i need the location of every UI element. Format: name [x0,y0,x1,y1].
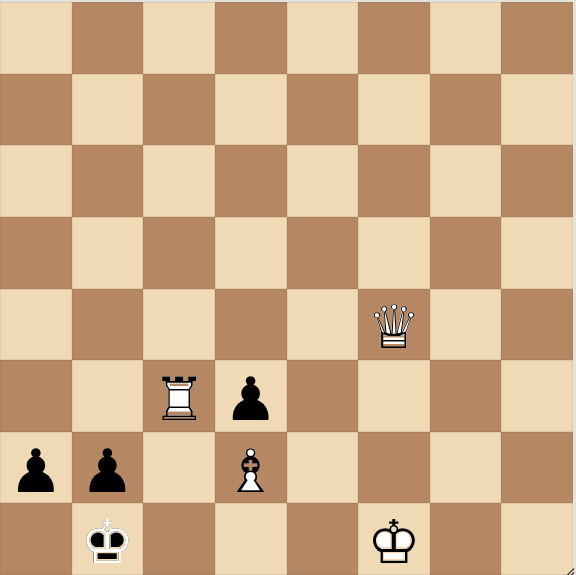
square-g6[interactable] [430,145,502,217]
square-h4[interactable] [501,289,573,361]
square-a1[interactable] [0,503,72,575]
square-g1[interactable] [430,503,502,575]
square-b5[interactable] [72,217,144,289]
black-pawn-glyph: ♟ [0,435,72,507]
square-g4[interactable] [430,289,502,361]
square-e6[interactable] [287,145,359,217]
white-queen[interactable]: ♛♕ [358,289,430,361]
square-b4[interactable] [72,289,144,361]
square-c1[interactable] [143,503,215,575]
square-h7[interactable] [501,74,573,146]
white-rook-outline-glyph: ♖ [143,363,215,435]
square-h5[interactable] [501,217,573,289]
square-f6[interactable] [358,145,430,217]
square-f4[interactable]: ♛♕ [358,289,430,361]
square-e7[interactable] [287,74,359,146]
square-f8[interactable] [358,2,430,74]
black-pawn[interactable]: ♟ [215,360,287,432]
square-a4[interactable] [0,289,72,361]
square-b7[interactable] [72,74,144,146]
square-d2[interactable]: ♝♗ [215,432,287,504]
square-c2[interactable] [143,432,215,504]
white-bishop-outline-glyph: ♗ [215,435,287,507]
square-f7[interactable] [358,74,430,146]
page-background: ♛♕♜♖♟♟♟♝♗♚♔♚♔ [0,0,576,575]
square-b1[interactable]: ♚♔ [72,503,144,575]
square-c3[interactable]: ♜♖ [143,360,215,432]
square-g2[interactable] [430,432,502,504]
square-a6[interactable] [0,145,72,217]
square-c4[interactable] [143,289,215,361]
square-e3[interactable] [287,360,359,432]
square-a3[interactable] [0,360,72,432]
white-bishop[interactable]: ♝♗ [215,432,287,504]
square-d4[interactable] [215,289,287,361]
square-h6[interactable] [501,145,573,217]
black-king[interactable]: ♚♔ [72,503,144,575]
square-c8[interactable] [143,2,215,74]
white-king-outline-glyph: ♔ [358,506,430,575]
black-pawn-glyph: ♟ [72,435,144,507]
square-d6[interactable] [215,145,287,217]
square-c5[interactable] [143,217,215,289]
square-e2[interactable] [287,432,359,504]
square-h8[interactable] [501,2,573,74]
square-d1[interactable] [215,503,287,575]
square-d3[interactable]: ♟ [215,360,287,432]
square-b8[interactable] [72,2,144,74]
white-queen-outline-glyph: ♕ [358,292,430,364]
square-b2[interactable]: ♟ [72,432,144,504]
square-a8[interactable] [0,2,72,74]
black-pawn-glyph: ♟ [215,363,287,435]
square-d5[interactable] [215,217,287,289]
square-g8[interactable] [430,2,502,74]
square-d8[interactable] [215,2,287,74]
chess-board: ♛♕♜♖♟♟♟♝♗♚♔♚♔ [0,2,573,575]
square-f1[interactable]: ♚♔ [358,503,430,575]
square-b3[interactable] [72,360,144,432]
square-a2[interactable]: ♟ [0,432,72,504]
square-g3[interactable] [430,360,502,432]
square-c7[interactable] [143,74,215,146]
square-e4[interactable] [287,289,359,361]
white-king[interactable]: ♚♔ [358,503,430,575]
square-d7[interactable] [215,74,287,146]
black-pawn[interactable]: ♟ [0,432,72,504]
square-e8[interactable] [287,2,359,74]
square-h2[interactable] [501,432,573,504]
square-a5[interactable] [0,217,72,289]
square-f3[interactable] [358,360,430,432]
square-b6[interactable] [72,145,144,217]
square-c6[interactable] [143,145,215,217]
white-rook[interactable]: ♜♖ [143,360,215,432]
square-e5[interactable] [287,217,359,289]
square-h3[interactable] [501,360,573,432]
black-king-outline-glyph: ♔ [72,506,144,575]
square-e1[interactable] [287,503,359,575]
resize-handle-icon[interactable] [563,562,575,574]
square-g5[interactable] [430,217,502,289]
square-f5[interactable] [358,217,430,289]
square-g7[interactable] [430,74,502,146]
black-pawn[interactable]: ♟ [72,432,144,504]
square-f2[interactable] [358,432,430,504]
square-a7[interactable] [0,74,72,146]
